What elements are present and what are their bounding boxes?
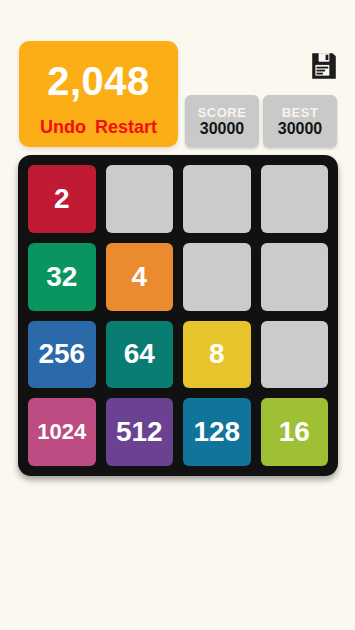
tile-64: 64: [106, 321, 174, 389]
best-label: BEST: [282, 106, 319, 119]
empty-cell: [261, 243, 329, 311]
score-label: SCORE: [198, 106, 247, 119]
goal-buttons-row: Undo Restart: [31, 118, 166, 136]
floppy-disk-icon: [310, 51, 340, 81]
empty-cell: [183, 165, 251, 233]
tile-16: 16: [261, 398, 329, 466]
restart-button[interactable]: Restart: [95, 118, 157, 136]
empty-cell: [261, 165, 329, 233]
tile-128: 128: [183, 398, 251, 466]
board-grid[interactable]: 2324256648102451212816: [18, 155, 338, 476]
best-value: 30000: [278, 121, 323, 137]
tile-8: 8: [183, 321, 251, 389]
save-button[interactable]: [310, 50, 340, 82]
tile-4: 4: [106, 243, 174, 311]
empty-cell: [106, 165, 174, 233]
undo-button[interactable]: Undo: [40, 118, 86, 136]
tile-32: 32: [28, 243, 96, 311]
score-box: SCORE 30000: [185, 95, 259, 147]
goal-card: 2,048 Undo Restart: [19, 41, 178, 147]
tile-256: 256: [28, 321, 96, 389]
best-box: BEST 30000: [263, 95, 337, 147]
tile-512: 512: [106, 398, 174, 466]
empty-cell: [261, 321, 329, 389]
score-value: 30000: [200, 121, 245, 137]
goal-value: 2,048: [47, 61, 150, 101]
tile-1024: 1024: [28, 398, 96, 466]
tile-2: 2: [28, 165, 96, 233]
app-background: 2,048 Undo Restart SCORE 30000 BEST 3000…: [0, 0, 355, 630]
empty-cell: [183, 243, 251, 311]
